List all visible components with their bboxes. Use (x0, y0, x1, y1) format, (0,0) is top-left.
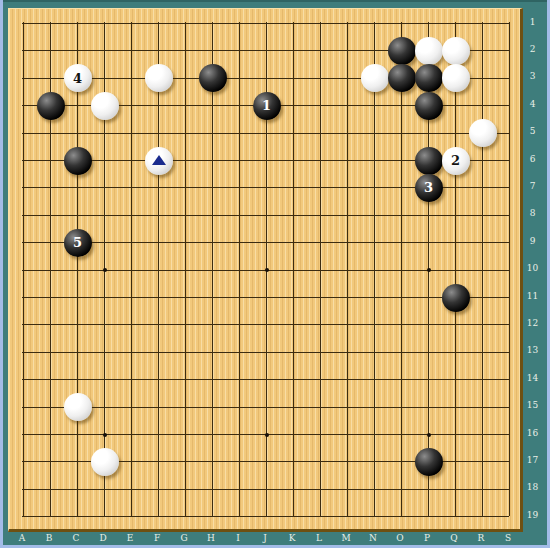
coord-label-col: R (472, 533, 490, 544)
grid-line-v (455, 22, 456, 516)
stone-move-number: 2 (451, 154, 460, 167)
coord-label-row: 17 (524, 455, 541, 466)
go-stone-white (442, 37, 470, 65)
grid-line-v (401, 22, 402, 516)
go-stone-black (415, 92, 443, 120)
stone-move-number: 4 (73, 72, 82, 85)
go-stone-black (388, 64, 416, 92)
go-stone-white (442, 64, 470, 92)
grid-line-v (347, 22, 348, 516)
go-stone-black (64, 147, 92, 175)
coord-label-col: L (310, 533, 328, 544)
star-point (103, 433, 107, 437)
coord-label-row: 18 (524, 482, 541, 493)
coord-label-col: S (499, 533, 517, 544)
grid-line-v (509, 22, 510, 516)
triangle-marker-icon (152, 155, 166, 165)
coord-label-row: 16 (524, 428, 541, 439)
coord-label-row: 7 (524, 181, 541, 192)
go-stone-white (469, 119, 497, 147)
coord-label-col: C (67, 533, 85, 544)
coord-label-col: K (283, 533, 301, 544)
go-stone-white (91, 448, 119, 476)
go-stone-black (37, 92, 65, 120)
go-stone-black (415, 448, 443, 476)
grid-line-v (320, 22, 321, 516)
go-stone-white: 2 (442, 147, 470, 175)
coord-label-row: 10 (524, 263, 541, 274)
coord-label-row: 14 (524, 373, 541, 384)
coord-label-row: 2 (524, 44, 541, 55)
coord-label-row: 3 (524, 71, 541, 82)
grid-line-h (22, 379, 509, 380)
grid-line-h (22, 489, 509, 490)
stone-move-number: 1 (262, 99, 271, 112)
coord-label-row: 11 (524, 291, 541, 302)
coord-label-col: M (337, 533, 355, 544)
go-stone-black (415, 147, 443, 175)
grid-line-v (293, 22, 294, 516)
star-point (427, 433, 431, 437)
go-stone-black: 3 (415, 174, 443, 202)
go-stone-black (442, 284, 470, 312)
star-point (427, 268, 431, 272)
grid-line-v (374, 22, 375, 516)
go-stone-black (415, 64, 443, 92)
coord-label-row: 15 (524, 400, 541, 411)
coord-label-col: O (391, 533, 409, 544)
coord-label-col: H (202, 533, 220, 544)
coord-label-row: 9 (524, 236, 541, 247)
coord-label-col: F (148, 533, 166, 544)
coord-label-col: P (418, 533, 436, 544)
go-stone-white (145, 64, 173, 92)
grid-line-h (22, 352, 509, 353)
coord-label-row: 19 (524, 510, 541, 521)
go-stone-white (361, 64, 389, 92)
grid-line-h (22, 407, 509, 408)
coord-label-row: 1 (524, 17, 541, 28)
coord-label-col: Q (445, 533, 463, 544)
grid-line-h (22, 297, 509, 298)
go-stone-black: 5 (64, 229, 92, 257)
coord-label-row: 4 (524, 99, 541, 110)
star-point (103, 268, 107, 272)
coord-label-row: 13 (524, 345, 541, 356)
grid-line-v (482, 22, 483, 516)
go-stone-white (415, 37, 443, 65)
frame-edge-top (0, 0, 550, 2)
go-stone-black (199, 64, 227, 92)
coord-label-row: 5 (524, 126, 541, 137)
coord-label-col: D (94, 533, 112, 544)
stone-move-number: 3 (424, 181, 433, 194)
grid-line-h (22, 324, 509, 325)
app-frame: 45132 ABCDEFGHIJKLMNOPQRS123456789101112… (0, 0, 550, 548)
star-point (265, 433, 269, 437)
coord-label-col: G (175, 533, 193, 544)
go-stone-white (145, 147, 173, 175)
coord-label-col: B (40, 533, 58, 544)
frame-edge-left (0, 0, 3, 548)
coord-label-row: 6 (524, 154, 541, 165)
coord-label-col: N (364, 533, 382, 544)
coord-label-col: J (256, 533, 274, 544)
coord-label-row: 8 (524, 208, 541, 219)
go-stone-white (64, 393, 92, 421)
go-stone-white: 4 (64, 64, 92, 92)
go-stone-white (91, 92, 119, 120)
go-board[interactable]: 45132 (8, 8, 523, 532)
go-stone-black (388, 37, 416, 65)
go-stone-black: 1 (253, 92, 281, 120)
coord-label-col: I (229, 533, 247, 544)
coord-label-col: A (13, 533, 31, 544)
coord-label-col: E (121, 533, 139, 544)
grid-line-h (22, 516, 509, 517)
stone-move-number: 5 (73, 236, 82, 249)
coord-label-row: 12 (524, 318, 541, 329)
star-point (265, 268, 269, 272)
